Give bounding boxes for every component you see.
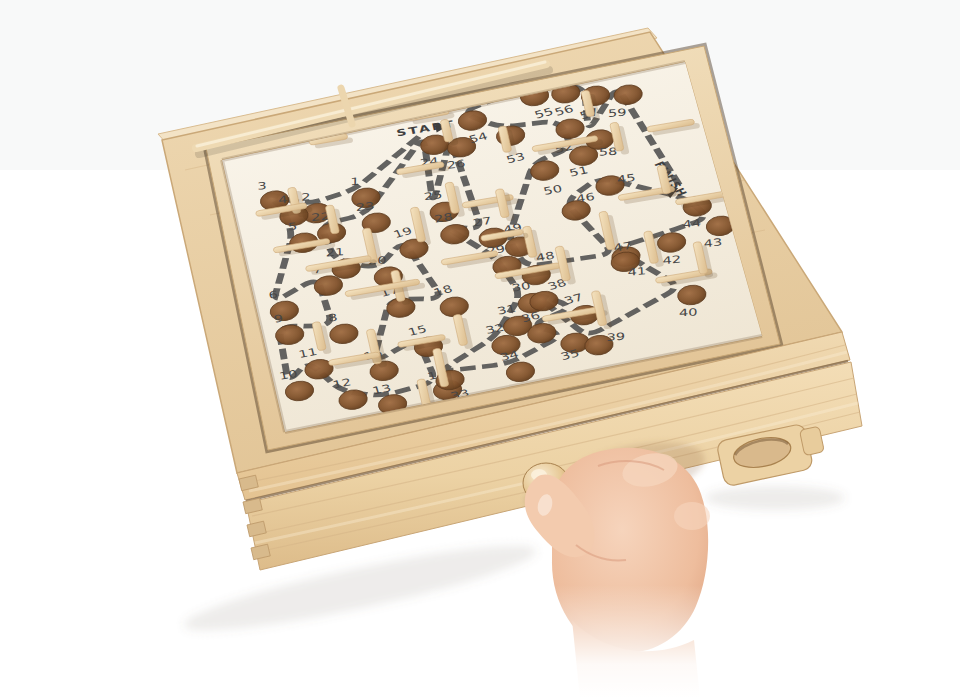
hole-number-1: 1 [350,175,359,188]
hand-fade [430,585,770,698]
hole-number-8: 8 [327,311,338,324]
hole-number-4: 4 [278,193,288,206]
hole-number-5: 5 [287,220,297,233]
product-photo-labyrinth-game: 1234567891011121314151617181920212223242… [0,0,960,698]
hole-number-40: 40 [679,306,698,319]
scene-svg: 1234567891011121314151617181920212223242… [0,0,960,698]
hole-number-39: 39 [607,330,626,343]
bracket-ground-shadow [705,486,845,510]
hole-number-41: 41 [627,265,646,279]
hole-number-6: 6 [268,288,279,301]
hole-number-23: 23 [355,200,374,214]
hole-number-25: 25 [423,188,443,202]
hole-number-44: 44 [682,216,702,230]
hole-number-59: 59 [608,106,627,119]
hole-number-42: 42 [662,253,681,267]
hole-number-45: 45 [616,171,636,185]
hole-number-3: 3 [257,179,267,192]
knuckle-2 [674,502,710,530]
